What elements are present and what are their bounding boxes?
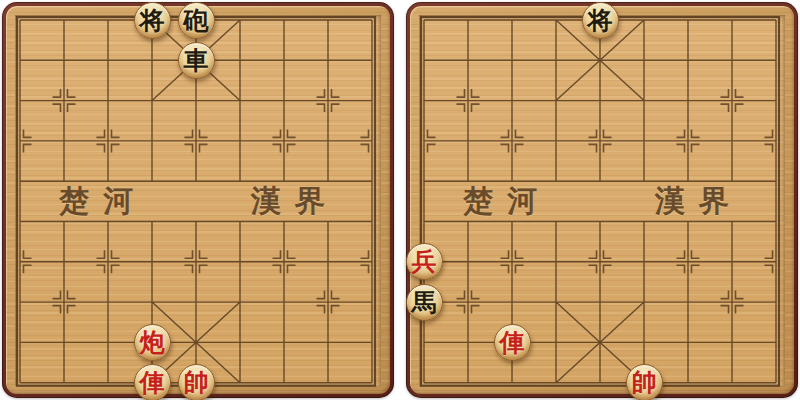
piece-glyph: 俥	[500, 324, 525, 361]
piece-red-general[interactable]: 帥	[178, 364, 215, 400]
piece-glyph: 将	[588, 2, 613, 39]
piece-glyph: 砲	[184, 2, 209, 39]
river-label-chu-he: 楚河	[463, 185, 551, 217]
piece-glyph: 俥	[140, 364, 165, 400]
piece-red-general[interactable]: 帥	[626, 364, 663, 400]
piece-red-chariot[interactable]: 俥	[494, 324, 531, 361]
piece-glyph: 兵	[412, 243, 437, 280]
piece-black-general[interactable]: 将	[582, 2, 619, 39]
piece-red-cannon[interactable]: 炮	[134, 324, 171, 361]
piece-red-chariot[interactable]: 俥	[134, 364, 171, 400]
xiangqi-board-1: 楚河 漢界 将砲車炮俥帥	[2, 2, 394, 398]
piece-glyph: 将	[140, 2, 165, 39]
piece-black-chariot[interactable]: 車	[178, 42, 215, 79]
piece-glyph: 炮	[140, 324, 165, 361]
xiangqi-board-2: 楚河 漢界 将兵馬俥帥	[406, 2, 798, 398]
piece-glyph: 帥	[184, 364, 209, 400]
river-label-chu-he: 楚河	[59, 185, 147, 217]
piece-black-horse[interactable]: 馬	[406, 284, 443, 321]
piece-glyph: 帥	[632, 364, 657, 400]
piece-red-soldier[interactable]: 兵	[406, 243, 443, 280]
piece-black-cannon[interactable]: 砲	[178, 2, 215, 39]
piece-glyph: 馬	[412, 284, 437, 321]
river-label-han-jie: 漢界	[251, 185, 339, 217]
piece-black-general[interactable]: 将	[134, 2, 171, 39]
piece-glyph: 車	[184, 42, 209, 79]
page: 楚河 漢界 将砲車炮俥帥 楚河 漢界 将兵馬俥帥	[0, 0, 800, 400]
river-label-han-jie: 漢界	[655, 185, 743, 217]
